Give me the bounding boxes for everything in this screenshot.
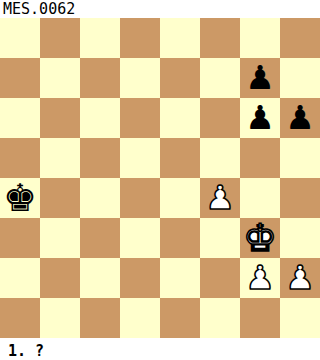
square-c5[interactable] (80, 138, 120, 178)
square-e8[interactable] (160, 18, 200, 58)
square-h5[interactable] (280, 138, 320, 178)
square-d7[interactable] (120, 58, 160, 98)
square-g4[interactable] (240, 178, 280, 218)
square-f8[interactable] (200, 18, 240, 58)
square-b6[interactable] (40, 98, 80, 138)
square-c6[interactable] (80, 98, 120, 138)
white-pawn: ♟ (245, 258, 275, 298)
square-c8[interactable] (80, 18, 120, 58)
chess-board: ♟♟♟♚♟♚♟♟ (0, 18, 320, 338)
square-a7[interactable] (0, 58, 40, 98)
square-a4[interactable]: ♚ (0, 178, 40, 218)
square-h3[interactable] (280, 218, 320, 258)
square-g6[interactable]: ♟ (240, 98, 280, 138)
square-c7[interactable] (80, 58, 120, 98)
square-a6[interactable] (0, 98, 40, 138)
square-a1[interactable] (0, 298, 40, 338)
square-f4[interactable]: ♟ (200, 178, 240, 218)
square-h6[interactable]: ♟ (280, 98, 320, 138)
square-a8[interactable] (0, 18, 40, 58)
square-d3[interactable] (120, 218, 160, 258)
square-c1[interactable] (80, 298, 120, 338)
square-e3[interactable] (160, 218, 200, 258)
square-c2[interactable] (80, 258, 120, 298)
square-g3[interactable]: ♚ (240, 218, 280, 258)
square-e1[interactable] (160, 298, 200, 338)
square-f3[interactable] (200, 218, 240, 258)
white-pawn: ♟ (205, 178, 235, 218)
square-f6[interactable] (200, 98, 240, 138)
square-f2[interactable] (200, 258, 240, 298)
square-b3[interactable] (40, 218, 80, 258)
black-pawn: ♟ (245, 58, 275, 98)
white-pawn: ♟ (285, 258, 315, 298)
square-c3[interactable] (80, 218, 120, 258)
square-d8[interactable] (120, 18, 160, 58)
square-b2[interactable] (40, 258, 80, 298)
square-b5[interactable] (40, 138, 80, 178)
square-h2[interactable]: ♟ (280, 258, 320, 298)
square-b4[interactable] (40, 178, 80, 218)
square-d6[interactable] (120, 98, 160, 138)
move-prompt: 1. ? (0, 338, 320, 360)
square-e7[interactable] (160, 58, 200, 98)
square-d1[interactable] (120, 298, 160, 338)
square-g5[interactable] (240, 138, 280, 178)
square-h8[interactable] (280, 18, 320, 58)
square-d2[interactable] (120, 258, 160, 298)
black-king: ♚ (3, 178, 37, 218)
square-e4[interactable] (160, 178, 200, 218)
square-b1[interactable] (40, 298, 80, 338)
square-h7[interactable] (280, 58, 320, 98)
square-d4[interactable] (120, 178, 160, 218)
square-f5[interactable] (200, 138, 240, 178)
square-b7[interactable] (40, 58, 80, 98)
square-f1[interactable] (200, 298, 240, 338)
white-king: ♚ (243, 218, 277, 258)
square-c4[interactable] (80, 178, 120, 218)
square-g1[interactable] (240, 298, 280, 338)
square-e2[interactable] (160, 258, 200, 298)
square-g2[interactable]: ♟ (240, 258, 280, 298)
square-g8[interactable] (240, 18, 280, 58)
square-d5[interactable] (120, 138, 160, 178)
square-h4[interactable] (280, 178, 320, 218)
square-a2[interactable] (0, 258, 40, 298)
black-pawn: ♟ (245, 98, 275, 138)
square-a3[interactable] (0, 218, 40, 258)
square-g7[interactable]: ♟ (240, 58, 280, 98)
diagram-title: MES.0062 (0, 0, 320, 18)
square-e6[interactable] (160, 98, 200, 138)
square-b8[interactable] (40, 18, 80, 58)
square-e5[interactable] (160, 138, 200, 178)
square-h1[interactable] (280, 298, 320, 338)
square-f7[interactable] (200, 58, 240, 98)
square-a5[interactable] (0, 138, 40, 178)
black-pawn: ♟ (285, 98, 315, 138)
